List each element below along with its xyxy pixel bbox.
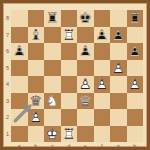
square-e1[interactable]: [77, 126, 94, 143]
square-a4[interactable]: [11, 76, 28, 93]
square-g5[interactable]: ♟♙: [110, 60, 127, 77]
chessboard-widget: 87654321 abcdefgh ♜♖♚♔♜♖♝♗♜♖♟♙♟♙♟♙♟♙♟♙♟♙…: [0, 0, 150, 150]
square-h1[interactable]: [127, 126, 144, 143]
square-e3[interactable]: ♛♕: [77, 93, 94, 110]
square-c6[interactable]: [44, 43, 61, 60]
file-label-f: f: [94, 142, 111, 149]
square-b3[interactable]: ♛♕: [28, 93, 45, 110]
square-e5[interactable]: [77, 60, 94, 77]
square-b4[interactable]: [28, 76, 45, 93]
square-d3[interactable]: [61, 93, 78, 110]
square-e4[interactable]: ♟♙: [77, 76, 94, 93]
square-h2[interactable]: [127, 109, 144, 126]
square-f4[interactable]: ♟♙: [94, 76, 111, 93]
square-a5[interactable]: [11, 60, 28, 77]
square-h4[interactable]: ♟♙: [127, 76, 144, 93]
square-b6[interactable]: [28, 43, 45, 60]
file-label-b: b: [28, 142, 45, 149]
rank-label-1: 1: [4, 126, 11, 143]
square-g1[interactable]: [110, 126, 127, 143]
square-g6[interactable]: [110, 43, 127, 60]
piece-black-pawn[interactable]: ♟♙: [77, 43, 94, 60]
square-d7[interactable]: ♜♖: [61, 27, 78, 44]
square-f6[interactable]: [94, 43, 111, 60]
piece-black-pawn[interactable]: ♟♙: [110, 27, 127, 44]
piece-white-knight[interactable]: ♞♘: [44, 93, 61, 110]
square-d1[interactable]: ♜♖: [61, 126, 78, 143]
square-g4[interactable]: [110, 76, 127, 93]
square-e8[interactable]: ♚♔: [77, 10, 94, 27]
square-b1[interactable]: [28, 126, 45, 143]
piece-white-pawn[interactable]: ♟♙: [110, 60, 127, 77]
square-a1[interactable]: [11, 126, 28, 143]
square-e6[interactable]: ♟♙: [77, 43, 94, 60]
rank-label-6: 6: [4, 43, 11, 60]
file-label-e: e: [77, 142, 94, 149]
piece-white-rook[interactable]: ♜♖: [61, 27, 78, 44]
square-g8[interactable]: [110, 10, 127, 27]
square-f3[interactable]: [94, 93, 111, 110]
piece-white-queen[interactable]: ♛♕: [77, 93, 94, 110]
piece-white-king[interactable]: ♚♔: [44, 126, 61, 143]
piece-black-pawn[interactable]: ♟♙: [127, 43, 144, 60]
square-f5[interactable]: [94, 60, 111, 77]
rank-label-7: 7: [4, 27, 11, 44]
file-label-d: d: [61, 142, 78, 149]
piece-black-queen[interactable]: ♛♕: [28, 93, 45, 110]
square-c4[interactable]: [44, 76, 61, 93]
square-g2[interactable]: [110, 109, 127, 126]
square-h7[interactable]: [127, 27, 144, 44]
square-f7[interactable]: ♟♙: [94, 27, 111, 44]
square-h6[interactable]: ♟♙: [127, 43, 144, 60]
square-a3[interactable]: [11, 93, 28, 110]
rank-labels: 87654321: [4, 10, 11, 142]
square-b5[interactable]: [28, 60, 45, 77]
piece-black-pawn[interactable]: ♟♙: [94, 27, 111, 44]
piece-white-pawn[interactable]: ♟♙: [77, 76, 94, 93]
rank-label-8: 8: [4, 10, 11, 27]
piece-white-rook[interactable]: ♜♖: [61, 126, 78, 143]
square-c2[interactable]: [44, 109, 61, 126]
piece-black-rook[interactable]: ♜♖: [44, 10, 61, 27]
piece-white-pawn[interactable]: ♟♙: [127, 76, 144, 93]
square-f1[interactable]: [94, 126, 111, 143]
square-d4[interactable]: [61, 76, 78, 93]
square-b2[interactable]: ♟♙: [28, 109, 45, 126]
square-a2[interactable]: [11, 109, 28, 126]
square-h3[interactable]: [127, 93, 144, 110]
square-b7[interactable]: ♝♗: [28, 27, 45, 44]
square-d6[interactable]: [61, 43, 78, 60]
square-c3[interactable]: ♞♘: [44, 93, 61, 110]
square-b8[interactable]: [28, 10, 45, 27]
file-label-a: a: [11, 142, 28, 149]
rank-label-2: 2: [4, 109, 11, 126]
piece-black-rook[interactable]: ♜♖: [127, 10, 144, 27]
piece-white-pawn[interactable]: ♟♙: [94, 76, 111, 93]
square-c8[interactable]: ♜♖: [44, 10, 61, 27]
piece-black-pawn[interactable]: ♟♙: [11, 43, 28, 60]
square-d8[interactable]: [61, 10, 78, 27]
file-label-h: h: [127, 142, 144, 149]
file-label-g: g: [110, 142, 127, 149]
piece-black-king[interactable]: ♚♔: [77, 10, 94, 27]
file-labels: abcdefgh: [11, 142, 143, 149]
square-e2[interactable]: [77, 109, 94, 126]
square-d2[interactable]: [61, 109, 78, 126]
square-a6[interactable]: ♟♙: [11, 43, 28, 60]
square-g7[interactable]: ♟♙: [110, 27, 127, 44]
rank-label-5: 5: [4, 60, 11, 77]
square-f2[interactable]: [94, 109, 111, 126]
square-a8[interactable]: [11, 10, 28, 27]
square-e7[interactable]: [77, 27, 94, 44]
rank-label-4: 4: [4, 76, 11, 93]
piece-black-bishop[interactable]: ♝♗: [28, 27, 45, 44]
square-h8[interactable]: ♜♖: [127, 10, 144, 27]
piece-white-pawn[interactable]: ♟♙: [28, 109, 45, 126]
square-c1[interactable]: ♚♔: [44, 126, 61, 143]
square-c5[interactable]: [44, 60, 61, 77]
square-d5[interactable]: [61, 60, 78, 77]
square-h5[interactable]: [127, 60, 144, 77]
square-g3[interactable]: [110, 93, 127, 110]
square-f8[interactable]: [94, 10, 111, 27]
board: ♜♖♚♔♜♖♝♗♜♖♟♙♟♙♟♙♟♙♟♙♟♙♟♙♟♙♟♙♛♕♞♘♛♕♟♙♚♔♜♖: [11, 10, 143, 142]
rank-label-3: 3: [4, 93, 11, 110]
square-c7[interactable]: [44, 27, 61, 44]
square-a7[interactable]: [11, 27, 28, 44]
file-label-c: c: [44, 142, 61, 149]
